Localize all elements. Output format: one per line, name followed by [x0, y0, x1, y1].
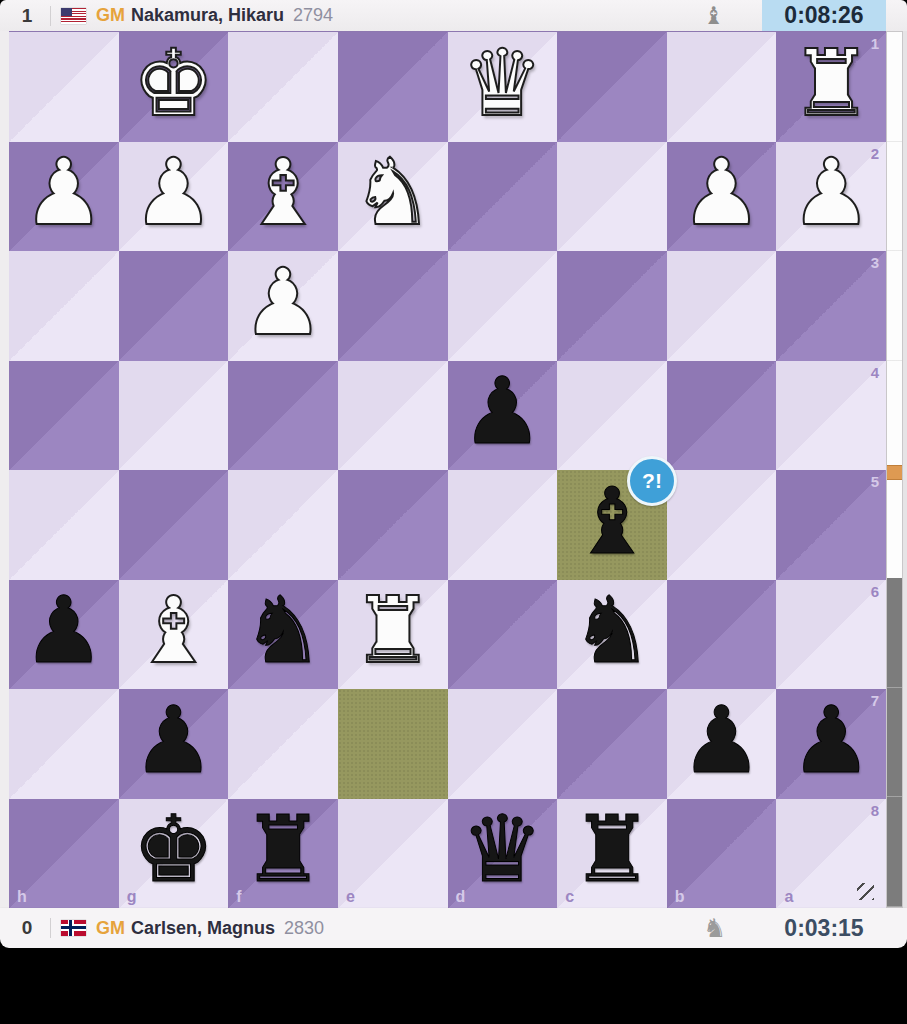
square-d2[interactable] [448, 142, 558, 252]
rank-label-3: 3 [871, 254, 879, 271]
file-label-g: g [127, 888, 137, 906]
white-rook-a1: ♜ [790, 38, 872, 130]
black-pawn-h6: ♟ [23, 585, 105, 677]
square-h8[interactable]: h [9, 799, 119, 909]
white-bishop-g6: ♝ [132, 585, 214, 677]
square-e8[interactable]: e [338, 799, 448, 909]
square-f2[interactable]: ♝ [228, 142, 338, 252]
square-c6[interactable]: ♞ [557, 580, 667, 690]
file-label-c: c [565, 888, 574, 906]
square-e6[interactable]: ♜ [338, 580, 448, 690]
player-bar-top: 1 GM Nakamura, Hikaru 2794 ♝ 0:08:26 [0, 0, 907, 31]
rank-label-4: 4 [871, 364, 879, 381]
square-a5[interactable]: 5 [776, 470, 886, 580]
square-a7[interactable]: ♟7 [776, 689, 886, 799]
white-rook-e6: ♜ [351, 585, 433, 677]
right-margin-strip [903, 31, 907, 908]
square-e1[interactable] [338, 32, 448, 142]
clock-top: 0:08:26 [762, 0, 886, 31]
square-g2[interactable]: ♟ [119, 142, 229, 252]
square-f8[interactable]: ♜f [228, 799, 338, 909]
white-bishop-f2: ♝ [242, 147, 324, 239]
chess-broadcast-app: 1 GM Nakamura, Hikaru 2794 ♝ 0:08:26 ♚♛♜… [0, 0, 907, 1024]
black-pawn-d4: ♟ [461, 366, 543, 458]
rank-label-2: 2 [871, 145, 879, 162]
square-e3[interactable] [338, 251, 448, 361]
player-bar-bottom: 0 GM Carlsen, Magnus 2830 ♞ 0:03:15 [0, 908, 907, 948]
title-bottom: GM [96, 918, 125, 939]
square-e2[interactable]: ♞ [338, 142, 448, 252]
square-d7[interactable] [448, 689, 558, 799]
square-b1[interactable] [667, 32, 777, 142]
square-b5[interactable] [667, 470, 777, 580]
square-d5[interactable] [448, 470, 558, 580]
chess-board: ♚♛♜1♟♟♝♞♟♟2♟3♟4♝5♟♝♞♜♞6♟♟♟7h♚g♜fe♛d♜cb8a [9, 32, 886, 908]
move-annotation-badge: ?! [627, 456, 677, 506]
square-g5[interactable] [119, 470, 229, 580]
file-label-f: f [236, 888, 241, 906]
rank-label-5: 5 [871, 473, 879, 490]
square-a6[interactable]: 6 [776, 580, 886, 690]
square-c4[interactable] [557, 361, 667, 471]
square-f4[interactable] [228, 361, 338, 471]
player-name-bottom: Carlsen, Magnus [131, 918, 275, 939]
rating-bottom: 2830 [284, 918, 324, 939]
square-b4[interactable] [667, 361, 777, 471]
square-e4[interactable] [338, 361, 448, 471]
square-c2[interactable] [557, 142, 667, 252]
square-b7[interactable]: ♟ [667, 689, 777, 799]
evaluation-bar [886, 31, 903, 908]
square-f3[interactable]: ♟ [228, 251, 338, 361]
white-king-g1: ♚ [132, 38, 214, 130]
black-king-g8: ♚ [132, 804, 214, 896]
file-label-b: b [675, 888, 685, 906]
square-c8[interactable]: ♜c [557, 799, 667, 909]
title-top: GM [96, 5, 125, 26]
white-pawn-b2: ♟ [680, 147, 762, 239]
square-f1[interactable] [228, 32, 338, 142]
white-pawn-f3: ♟ [242, 257, 324, 349]
file-label-d: d [456, 888, 466, 906]
file-label-h: h [17, 888, 27, 906]
square-e5[interactable] [338, 470, 448, 580]
white-pawn-h2: ♟ [23, 147, 105, 239]
square-a3[interactable]: 3 [776, 251, 886, 361]
square-g3[interactable] [119, 251, 229, 361]
square-d4[interactable]: ♟ [448, 361, 558, 471]
square-b8[interactable]: b [667, 799, 777, 909]
score-bottom: 0 [10, 917, 44, 939]
us-flag-icon [61, 8, 86, 24]
captured-bishop-icon: ♝ [703, 0, 725, 31]
black-knight-f6: ♞ [242, 585, 324, 677]
evaluation-bar-white-segment [887, 32, 902, 578]
player-name-top: Nakamura, Hikaru [131, 5, 284, 26]
square-g1[interactable]: ♚ [119, 32, 229, 142]
square-a1[interactable]: ♜1 [776, 32, 886, 142]
square-f6[interactable]: ♞ [228, 580, 338, 690]
black-rook-c8: ♜ [571, 804, 653, 896]
square-h1[interactable] [9, 32, 119, 142]
clock-bottom: 0:03:15 [762, 908, 886, 948]
evaluation-bar-gray-segment [887, 578, 902, 907]
square-c7[interactable] [557, 689, 667, 799]
square-c3[interactable] [557, 251, 667, 361]
evaluation-bar-marker [887, 465, 902, 480]
square-g4[interactable] [119, 361, 229, 471]
white-knight-e2: ♞ [351, 147, 433, 239]
black-queen-d8: ♛ [461, 804, 543, 896]
square-h7[interactable] [9, 689, 119, 799]
square-e7[interactable] [338, 689, 448, 799]
board-container: ♚♛♜1♟♟♝♞♟♟2♟3♟4♝5♟♝♞♜♞6♟♟♟7h♚g♜fe♛d♜cb8a… [9, 31, 886, 908]
square-g6[interactable]: ♝ [119, 580, 229, 690]
square-d1[interactable]: ♛ [448, 32, 558, 142]
square-h6[interactable]: ♟ [9, 580, 119, 690]
square-h3[interactable] [9, 251, 119, 361]
square-h4[interactable] [9, 361, 119, 471]
norway-flag-blue-cross [61, 920, 86, 936]
black-knight-c6: ♞ [571, 585, 653, 677]
black-pawn-g7: ♟ [132, 695, 214, 787]
rank-label-1: 1 [871, 35, 879, 52]
square-f7[interactable] [228, 689, 338, 799]
bar-separator [50, 6, 51, 26]
square-a2[interactable]: ♟2 [776, 142, 886, 252]
left-margin-strip [0, 31, 9, 908]
square-h5[interactable] [9, 470, 119, 580]
square-g8[interactable]: ♚g [119, 799, 229, 909]
rating-top: 2794 [293, 5, 333, 26]
square-b6[interactable] [667, 580, 777, 690]
square-d8[interactable]: ♛d [448, 799, 558, 909]
black-pawn-a7: ♟ [790, 695, 872, 787]
square-g7[interactable]: ♟ [119, 689, 229, 799]
square-b3[interactable] [667, 251, 777, 361]
square-f5[interactable] [228, 470, 338, 580]
us-flag-canton [61, 8, 72, 17]
black-pawn-b7: ♟ [680, 695, 762, 787]
bar-separator [50, 918, 51, 938]
rank-label-7: 7 [871, 692, 879, 709]
square-d6[interactable] [448, 580, 558, 690]
square-c1[interactable] [557, 32, 667, 142]
norway-flag-icon [61, 920, 86, 936]
file-label-e: e [346, 888, 355, 906]
resize-handle[interactable] [857, 883, 874, 900]
white-pawn-g2: ♟ [132, 147, 214, 239]
rank-label-6: 6 [871, 583, 879, 600]
white-queen-d1: ♛ [461, 38, 543, 130]
white-pawn-a2: ♟ [790, 147, 872, 239]
square-h2[interactable]: ♟ [9, 142, 119, 252]
square-a4[interactable]: 4 [776, 361, 886, 471]
rank-label-8: 8 [871, 802, 879, 819]
square-d3[interactable] [448, 251, 558, 361]
score-top: 1 [10, 5, 44, 27]
black-rook-f8: ♜ [242, 804, 324, 896]
captured-knight-icon: ♞ [703, 908, 726, 948]
file-label-a: a [784, 888, 793, 906]
square-b2[interactable]: ♟ [667, 142, 777, 252]
